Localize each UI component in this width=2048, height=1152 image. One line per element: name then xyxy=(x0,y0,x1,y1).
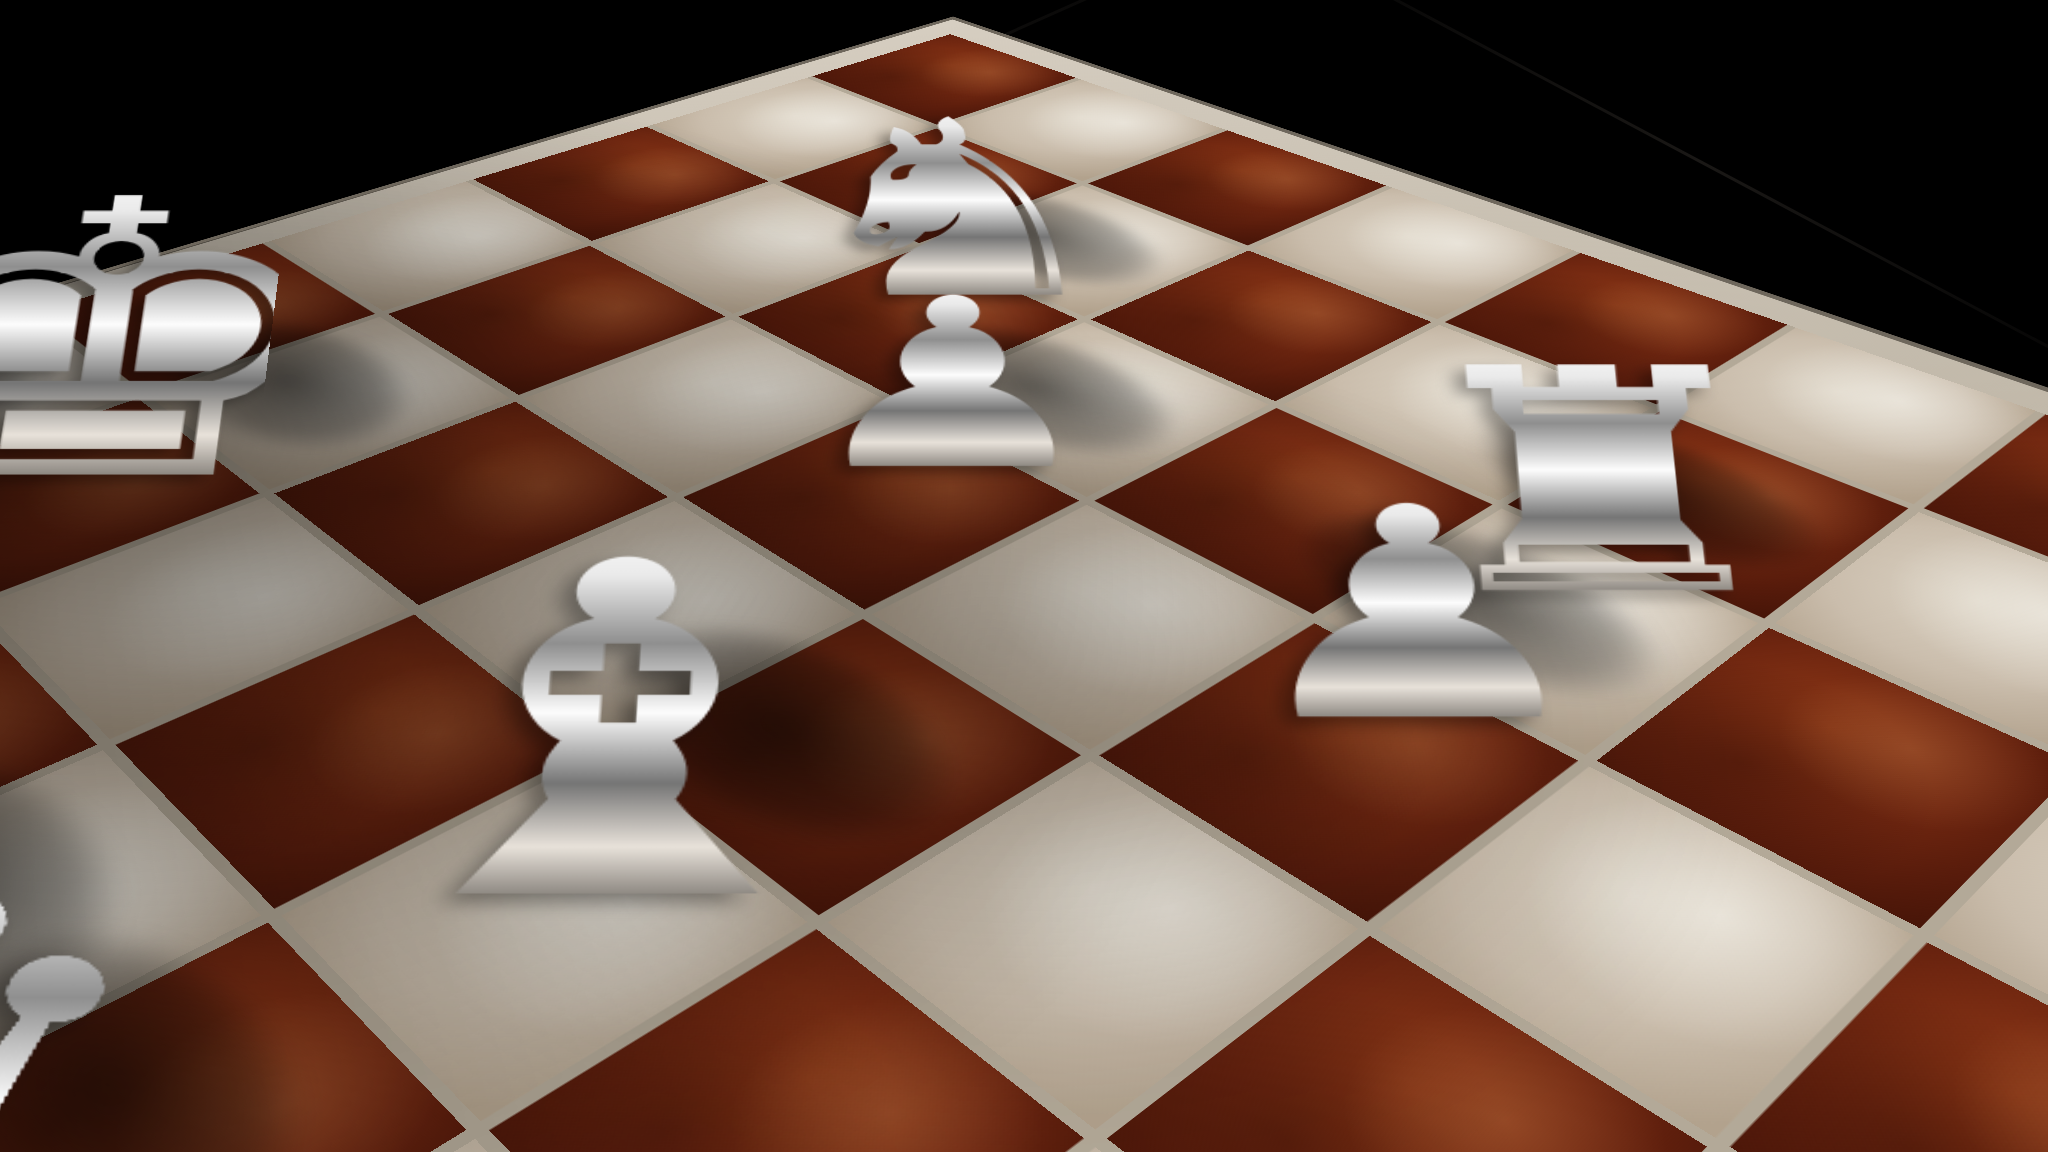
piece-pawn-f6: ♟ xyxy=(1226,478,1608,757)
piece-pawn-d6: ♟ xyxy=(796,275,1105,499)
board-perspective-wrapper: ♞♜♟♟♚♝♝♞♛♜♟ xyxy=(330,0,1620,1152)
piece-king-b4: ♚ xyxy=(0,163,375,528)
chess-render-scene: ♞♜♟♟♚♝♝♞♛♜♟ xyxy=(0,0,2048,1152)
piece-bishop-e4: ♝ xyxy=(310,518,903,958)
board-grid: ♞♜♟♟♚♝♝♞♛♜♟ xyxy=(0,34,2048,1152)
chessboard: ♞♜♟♟♚♝♝♞♛♜♟ xyxy=(0,34,2048,1152)
